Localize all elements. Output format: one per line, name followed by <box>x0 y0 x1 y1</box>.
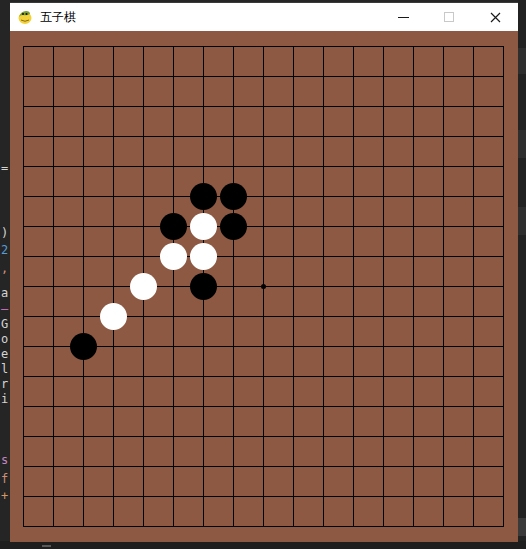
board-cell[interactable] <box>353 226 383 256</box>
board-cell[interactable] <box>53 406 83 436</box>
board-cell[interactable] <box>353 136 383 166</box>
editor-scrollbar-sliver <box>518 0 526 549</box>
stone-white <box>100 303 127 330</box>
titlebar: 五子棋 <box>10 3 518 31</box>
board-cell[interactable] <box>443 106 473 136</box>
board-cell[interactable] <box>143 316 173 346</box>
board-cell[interactable] <box>113 346 143 376</box>
board-cell[interactable] <box>83 136 113 166</box>
code-fragment: s <box>1 454 8 466</box>
board-cell[interactable] <box>203 376 233 406</box>
board-cell[interactable] <box>173 76 203 106</box>
board-cell[interactable] <box>263 46 293 76</box>
board-cell[interactable] <box>233 376 263 406</box>
board-cell[interactable] <box>53 496 83 526</box>
board-cell[interactable] <box>83 466 113 496</box>
board-cell[interactable] <box>323 136 353 166</box>
board-cell[interactable] <box>173 466 203 496</box>
board-cell[interactable] <box>383 106 413 136</box>
board-cell[interactable] <box>173 376 203 406</box>
board-cell[interactable] <box>203 76 233 106</box>
board-cell[interactable] <box>293 346 323 376</box>
board-cell[interactable] <box>113 136 143 166</box>
board-cell[interactable] <box>443 406 473 436</box>
scrollbar-block <box>518 130 526 158</box>
board-cell[interactable] <box>113 46 143 76</box>
board-cell[interactable] <box>443 226 473 256</box>
board-cell[interactable] <box>113 166 143 196</box>
board-cell[interactable] <box>23 406 53 436</box>
board-cell[interactable] <box>293 76 323 106</box>
board-cell[interactable] <box>233 76 263 106</box>
minimize-button[interactable] <box>380 3 426 31</box>
close-icon <box>490 12 501 23</box>
board-cell[interactable] <box>293 136 323 166</box>
board-cell[interactable] <box>83 106 113 136</box>
board-cell[interactable] <box>413 166 443 196</box>
board-cell[interactable] <box>473 466 503 496</box>
board-cell[interactable] <box>83 436 113 466</box>
board-cell[interactable] <box>443 376 473 406</box>
board-cell[interactable] <box>383 166 413 196</box>
scrollbar-block <box>518 518 526 536</box>
board-cell[interactable] <box>173 46 203 76</box>
board-cell[interactable] <box>83 406 113 436</box>
board-cell[interactable] <box>83 496 113 526</box>
board-cell[interactable] <box>323 376 353 406</box>
board-cell[interactable] <box>383 196 413 226</box>
board-cell[interactable] <box>413 256 443 286</box>
board-cell[interactable] <box>83 76 113 106</box>
board-cell[interactable] <box>443 436 473 466</box>
python-app-icon <box>17 9 33 25</box>
board-cell[interactable] <box>233 286 263 316</box>
code-fragment: = <box>1 162 8 174</box>
board-cell[interactable] <box>23 46 53 76</box>
board-cell[interactable] <box>443 286 473 316</box>
board-cell[interactable] <box>383 496 413 526</box>
board-cell[interactable] <box>323 406 353 436</box>
board-cell[interactable] <box>413 496 443 526</box>
board-cell[interactable] <box>203 46 233 76</box>
board-cell[interactable] <box>323 256 353 286</box>
board-cell[interactable] <box>293 316 323 346</box>
board-cell[interactable] <box>323 286 353 316</box>
board-cell[interactable] <box>383 136 413 166</box>
board-cell[interactable] <box>113 196 143 226</box>
board-cell[interactable] <box>53 256 83 286</box>
board-cell[interactable] <box>53 136 83 166</box>
board-cell[interactable] <box>353 76 383 106</box>
board-cell[interactable] <box>113 226 143 256</box>
board-cell[interactable] <box>353 46 383 76</box>
board-cell[interactable] <box>323 316 353 346</box>
board-cell[interactable] <box>323 346 353 376</box>
board-cell[interactable] <box>473 46 503 76</box>
code-fragment: — <box>1 303 8 315</box>
board-cell[interactable] <box>173 406 203 436</box>
board-cell[interactable] <box>23 256 53 286</box>
board-cell[interactable] <box>233 406 263 436</box>
board-cell[interactable] <box>263 136 293 166</box>
board-cell[interactable] <box>413 466 443 496</box>
board-cell[interactable] <box>263 76 293 106</box>
board-cell[interactable] <box>23 106 53 136</box>
board-cell[interactable] <box>293 46 323 76</box>
board-cell[interactable] <box>23 316 53 346</box>
minimize-icon <box>398 17 409 18</box>
board-cell[interactable] <box>83 46 113 76</box>
board-cell[interactable] <box>443 196 473 226</box>
stone-white <box>160 243 187 270</box>
board-cell[interactable] <box>353 436 383 466</box>
board-cell[interactable] <box>353 196 383 226</box>
board-cell[interactable] <box>473 316 503 346</box>
code-fragment: G <box>1 318 8 330</box>
board-cell[interactable] <box>473 496 503 526</box>
board-cell[interactable] <box>473 226 503 256</box>
board-cell[interactable] <box>383 316 413 346</box>
board-cell[interactable] <box>353 376 383 406</box>
board-cell[interactable] <box>293 436 323 466</box>
code-fragment: , <box>1 262 8 274</box>
board-cell[interactable] <box>53 376 83 406</box>
stone-black <box>220 213 247 240</box>
board-cell[interactable] <box>263 166 293 196</box>
board-cell[interactable] <box>23 376 53 406</box>
board-cell[interactable] <box>443 76 473 106</box>
code-fragment: a <box>1 287 8 299</box>
board-cell[interactable] <box>53 436 83 466</box>
board-cell[interactable] <box>383 436 413 466</box>
board-cell[interactable] <box>323 166 353 196</box>
board-cell[interactable] <box>263 406 293 436</box>
board-cell[interactable] <box>173 136 203 166</box>
board-cell[interactable] <box>473 106 503 136</box>
board-cell[interactable] <box>383 346 413 376</box>
board-cell[interactable] <box>383 286 413 316</box>
board-cell[interactable] <box>263 106 293 136</box>
board-cell[interactable] <box>23 166 53 196</box>
stone-black <box>160 213 187 240</box>
board-cell[interactable] <box>443 346 473 376</box>
board-cell[interactable] <box>113 436 143 466</box>
board-cell[interactable] <box>23 136 53 166</box>
board-cell[interactable] <box>83 256 113 286</box>
board-cell[interactable] <box>203 406 233 436</box>
board-cell[interactable] <box>233 346 263 376</box>
board-cell[interactable] <box>233 436 263 466</box>
board-cell[interactable] <box>383 376 413 406</box>
board-cell[interactable] <box>203 466 233 496</box>
editor-bottom-sliver <box>0 541 526 549</box>
stone-white <box>130 273 157 300</box>
board-cell[interactable] <box>143 436 173 466</box>
board-cell[interactable] <box>53 226 83 256</box>
board-cell[interactable] <box>473 256 503 286</box>
board-cell[interactable] <box>383 76 413 106</box>
board-cell[interactable] <box>383 226 413 256</box>
board-cell[interactable] <box>23 496 53 526</box>
board-cell[interactable] <box>263 256 293 286</box>
board-cell[interactable] <box>23 436 53 466</box>
board-cell[interactable] <box>233 136 263 166</box>
board-cell[interactable] <box>353 256 383 286</box>
board-cell[interactable] <box>383 256 413 286</box>
board-cell[interactable] <box>383 466 413 496</box>
board-cell[interactable] <box>143 406 173 436</box>
board-cell[interactable] <box>53 286 83 316</box>
board-cell[interactable] <box>83 376 113 406</box>
board-cell[interactable] <box>443 46 473 76</box>
board-cell[interactable] <box>263 316 293 346</box>
board-cell[interactable] <box>323 226 353 256</box>
board-cell[interactable] <box>233 466 263 496</box>
board-cell[interactable] <box>353 496 383 526</box>
code-fragment: f <box>1 473 8 485</box>
board-cell[interactable] <box>383 46 413 76</box>
board-cell[interactable] <box>353 406 383 436</box>
board-cell[interactable] <box>323 46 353 76</box>
board-cell[interactable] <box>203 136 233 166</box>
board-cell[interactable] <box>83 226 113 256</box>
board-cell[interactable] <box>413 376 443 406</box>
board-cell[interactable] <box>53 46 83 76</box>
board-cell[interactable] <box>353 106 383 136</box>
board-cell[interactable] <box>173 496 203 526</box>
board-cell[interactable] <box>293 106 323 136</box>
board-cell[interactable] <box>23 466 53 496</box>
board-cell[interactable] <box>23 76 53 106</box>
board-cell[interactable] <box>353 316 383 346</box>
board-cell[interactable] <box>263 496 293 526</box>
board-cell[interactable] <box>83 166 113 196</box>
board-cell[interactable] <box>323 466 353 496</box>
stone-white <box>190 213 217 240</box>
close-button[interactable] <box>472 3 518 31</box>
board-cell[interactable] <box>473 76 503 106</box>
board-cell[interactable] <box>353 166 383 196</box>
board-cell[interactable] <box>263 466 293 496</box>
code-fragment: r <box>1 378 8 390</box>
board-cell[interactable] <box>263 286 293 316</box>
board-cell[interactable] <box>203 496 233 526</box>
maximize-icon <box>444 12 454 22</box>
board-cell[interactable] <box>413 226 443 256</box>
board-cell[interactable] <box>413 346 443 376</box>
star-point <box>261 284 266 289</box>
board-cell[interactable] <box>173 106 203 136</box>
board-cell[interactable] <box>293 166 323 196</box>
code-fragment: 2 <box>1 244 8 256</box>
board-cell[interactable] <box>143 106 173 136</box>
scrollbar-block <box>518 48 526 74</box>
board-cell[interactable] <box>383 406 413 436</box>
board-cell[interactable] <box>293 256 323 286</box>
board-cell[interactable] <box>143 76 173 106</box>
board-cell[interactable] <box>293 196 323 226</box>
board-cell[interactable] <box>113 106 143 136</box>
stone-black <box>70 333 97 360</box>
board-cell[interactable] <box>263 346 293 376</box>
board-cell[interactable] <box>413 136 443 166</box>
board-cell[interactable] <box>23 286 53 316</box>
board-cell[interactable] <box>293 406 323 436</box>
board-cell[interactable] <box>203 346 233 376</box>
board-cell[interactable] <box>53 106 83 136</box>
board-cell[interactable] <box>113 496 143 526</box>
board-cell[interactable] <box>263 226 293 256</box>
board-cell[interactable] <box>263 376 293 406</box>
board-cell[interactable] <box>113 466 143 496</box>
board-cell[interactable] <box>413 316 443 346</box>
board-cell[interactable] <box>413 406 443 436</box>
board-cell[interactable] <box>473 436 503 466</box>
board-cell[interactable] <box>23 196 53 226</box>
board-cell[interactable] <box>113 406 143 436</box>
board-cell[interactable] <box>53 76 83 106</box>
scrollbar-block <box>518 207 526 235</box>
board-cell[interactable] <box>413 76 443 106</box>
board-cell[interactable] <box>473 196 503 226</box>
board-cell[interactable] <box>23 226 53 256</box>
board-cell[interactable] <box>443 316 473 346</box>
board-cell[interactable] <box>203 316 233 346</box>
board-cell[interactable] <box>323 76 353 106</box>
board-cell[interactable] <box>143 496 173 526</box>
board-cell[interactable] <box>143 136 173 166</box>
board-cell[interactable] <box>323 196 353 226</box>
code-fragment: l <box>1 363 8 375</box>
editor-left-sliver: =)2,a—Goelrisf+ <box>0 0 10 549</box>
board-cell[interactable] <box>143 166 173 196</box>
code-fragment: + <box>1 490 8 502</box>
board-cell[interactable] <box>263 436 293 466</box>
board-cell[interactable] <box>293 226 323 256</box>
board-cell[interactable] <box>413 196 443 226</box>
board-cell[interactable] <box>413 106 443 136</box>
board-cell[interactable] <box>53 196 83 226</box>
board-cell[interactable] <box>23 346 53 376</box>
stone-black <box>190 273 217 300</box>
board-cell[interactable] <box>323 436 353 466</box>
board-cell[interactable] <box>443 496 473 526</box>
board-cell[interactable] <box>353 466 383 496</box>
board-cell[interactable] <box>113 76 143 106</box>
board-cell[interactable] <box>113 376 143 406</box>
board-cell[interactable] <box>473 136 503 166</box>
board-cell[interactable] <box>173 436 203 466</box>
board-cell[interactable] <box>143 376 173 406</box>
board-cell[interactable] <box>293 466 323 496</box>
board-cell[interactable] <box>413 46 443 76</box>
gomoku-board-canvas[interactable] <box>10 32 518 542</box>
board-cell[interactable] <box>203 106 233 136</box>
code-fragment: ) <box>1 227 8 239</box>
board-cell[interactable] <box>263 196 293 226</box>
board-cell[interactable] <box>323 106 353 136</box>
board-cell[interactable] <box>233 496 263 526</box>
board-cell[interactable] <box>353 346 383 376</box>
stone-black <box>190 183 217 210</box>
board-cell[interactable] <box>473 406 503 436</box>
board-cell[interactable] <box>443 466 473 496</box>
board-cell[interactable] <box>413 436 443 466</box>
board-cell[interactable] <box>233 106 263 136</box>
board-cell[interactable] <box>233 316 263 346</box>
maximize-button <box>426 3 472 31</box>
board-cell[interactable] <box>233 256 263 286</box>
stone-white <box>190 243 217 270</box>
board-cell[interactable] <box>293 376 323 406</box>
board-cell[interactable] <box>143 346 173 376</box>
board-cell[interactable] <box>53 166 83 196</box>
stone-black <box>220 183 247 210</box>
board-cell[interactable] <box>173 316 203 346</box>
window-title: 五子棋 <box>40 9 380 26</box>
board-cell[interactable] <box>143 46 173 76</box>
board-cell[interactable] <box>323 496 353 526</box>
board-cell[interactable] <box>413 286 443 316</box>
board-cell[interactable] <box>173 346 203 376</box>
board-cell[interactable] <box>473 376 503 406</box>
board-cell[interactable] <box>473 346 503 376</box>
board-cell[interactable] <box>443 136 473 166</box>
code-fragment: i <box>1 393 8 405</box>
board-cell[interactable] <box>203 436 233 466</box>
board-cell[interactable] <box>233 46 263 76</box>
board-cell[interactable] <box>143 466 173 496</box>
board-cell[interactable] <box>473 286 503 316</box>
editor-bottom-speck <box>42 545 51 547</box>
code-fragment: e <box>1 348 8 360</box>
board-cell[interactable] <box>473 166 503 196</box>
board-cell[interactable] <box>443 256 473 286</box>
board-cell[interactable] <box>293 496 323 526</box>
board-cell[interactable] <box>353 286 383 316</box>
board-cell[interactable] <box>293 286 323 316</box>
board-cell[interactable] <box>443 166 473 196</box>
board-cell[interactable] <box>53 466 83 496</box>
gomoku-window: 五子棋 <box>10 2 518 542</box>
board-cell[interactable] <box>83 196 113 226</box>
code-fragment: o <box>1 333 8 345</box>
